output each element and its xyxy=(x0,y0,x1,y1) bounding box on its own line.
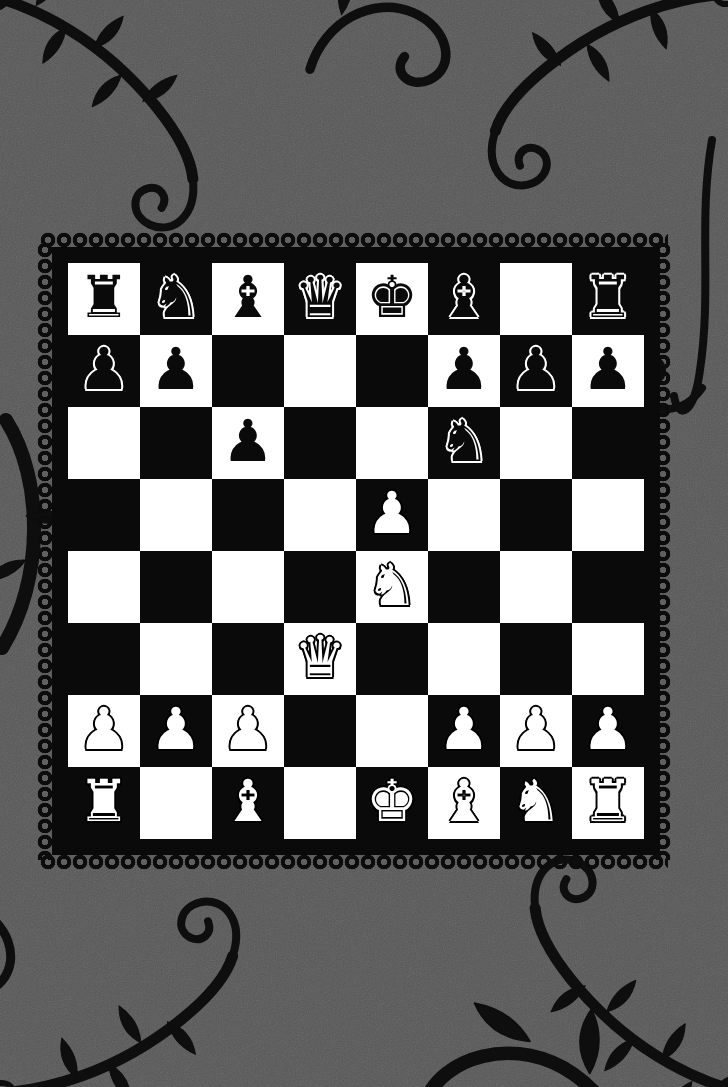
black-bishop-c8: ♝ xyxy=(222,261,274,333)
white-pawn-b2: ♟ xyxy=(150,693,202,765)
square-h6[interactable] xyxy=(572,407,644,479)
black-queen-d8: ♛ xyxy=(294,261,346,333)
square-g4[interactable] xyxy=(500,551,572,623)
square-a7[interactable]: ♟ xyxy=(68,335,140,407)
square-g6[interactable] xyxy=(500,407,572,479)
square-e1[interactable]: ♚ xyxy=(356,767,428,839)
square-e7[interactable] xyxy=(356,335,428,407)
square-d3[interactable]: ♛ xyxy=(284,623,356,695)
square-c1[interactable]: ♝ xyxy=(212,767,284,839)
square-f2[interactable]: ♟ xyxy=(428,695,500,767)
square-b3[interactable] xyxy=(140,623,212,695)
flourish-right-edge-tail xyxy=(674,140,712,410)
square-b8[interactable]: ♞ xyxy=(140,263,212,335)
square-g8[interactable] xyxy=(500,263,572,335)
square-a1[interactable]: ♜ xyxy=(68,767,140,839)
black-knight-b8: ♞ xyxy=(150,261,202,333)
white-queen-d3: ♛ xyxy=(294,621,346,693)
square-g3[interactable] xyxy=(500,623,572,695)
square-g5[interactable] xyxy=(500,479,572,551)
square-d5[interactable] xyxy=(284,479,356,551)
square-b6[interactable] xyxy=(140,407,212,479)
square-c6[interactable]: ♟ xyxy=(212,407,284,479)
flourish-bottom-left xyxy=(0,880,240,1087)
square-d2[interactable] xyxy=(284,695,356,767)
white-bishop-c1: ♝ xyxy=(222,765,274,837)
square-e4[interactable]: ♞ xyxy=(356,551,428,623)
flourish-top-left xyxy=(0,0,215,231)
flourish-left-edge-arc xyxy=(2,420,34,648)
square-c8[interactable]: ♝ xyxy=(212,263,284,335)
page: ♜♞♝♛♚♝♜♟♟♟♟♟♟♞♟♞♛♟♟♟♟♟♟♜♝♚♝♞♜ xyxy=(0,0,728,1087)
black-pawn-f7: ♟ xyxy=(438,333,490,405)
board-frame: ♜♞♝♛♚♝♜♟♟♟♟♟♟♞♟♞♛♟♟♟♟♟♟♜♝♚♝♞♜ xyxy=(52,247,660,855)
black-pawn-a7: ♟ xyxy=(78,333,130,405)
black-pawn-b7: ♟ xyxy=(150,333,202,405)
square-e8[interactable]: ♚ xyxy=(356,263,428,335)
chessboard: ♜♞♝♛♚♝♜♟♟♟♟♟♟♞♟♞♛♟♟♟♟♟♟♜♝♚♝♞♜ xyxy=(68,263,644,839)
black-pawn-g7: ♟ xyxy=(510,333,562,405)
square-b5[interactable] xyxy=(140,479,212,551)
black-pawn-c6: ♟ xyxy=(222,405,274,477)
square-a8[interactable]: ♜ xyxy=(68,263,140,335)
square-f3[interactable] xyxy=(428,623,500,695)
white-pawn-e5: ♟ xyxy=(366,477,418,549)
square-b2[interactable]: ♟ xyxy=(140,695,212,767)
square-h4[interactable] xyxy=(572,551,644,623)
square-d7[interactable] xyxy=(284,335,356,407)
white-pawn-h2: ♟ xyxy=(582,693,634,765)
lace-border-bottom xyxy=(40,852,668,872)
square-a4[interactable] xyxy=(68,551,140,623)
flourish-top-center xyxy=(310,0,446,82)
square-e2[interactable] xyxy=(356,695,428,767)
square-f6[interactable]: ♞ xyxy=(428,407,500,479)
square-b7[interactable]: ♟ xyxy=(140,335,212,407)
square-g7[interactable]: ♟ xyxy=(500,335,572,407)
square-h8[interactable]: ♜ xyxy=(572,263,644,335)
white-pawn-a2: ♟ xyxy=(78,693,130,765)
black-knight-f6: ♞ xyxy=(438,405,490,477)
square-h7[interactable]: ♟ xyxy=(572,335,644,407)
square-e6[interactable] xyxy=(356,407,428,479)
square-f7[interactable]: ♟ xyxy=(428,335,500,407)
square-b1[interactable] xyxy=(140,767,212,839)
square-h2[interactable]: ♟ xyxy=(572,695,644,767)
black-rook-h8: ♜ xyxy=(582,261,634,333)
white-pawn-g2: ♟ xyxy=(510,693,562,765)
square-f8[interactable]: ♝ xyxy=(428,263,500,335)
square-c3[interactable] xyxy=(212,623,284,695)
white-rook-a1: ♜ xyxy=(78,765,130,837)
white-rook-h1: ♜ xyxy=(582,765,634,837)
square-c5[interactable] xyxy=(212,479,284,551)
square-d8[interactable]: ♛ xyxy=(284,263,356,335)
square-c7[interactable] xyxy=(212,335,284,407)
square-g1[interactable]: ♞ xyxy=(500,767,572,839)
square-e5[interactable]: ♟ xyxy=(356,479,428,551)
black-king-e8: ♚ xyxy=(366,261,418,333)
white-king-e1: ♚ xyxy=(366,765,418,837)
square-h1[interactable]: ♜ xyxy=(572,767,644,839)
white-bishop-f1: ♝ xyxy=(438,765,490,837)
flourish-left-edge-leaf-2 xyxy=(0,558,29,582)
square-f1[interactable]: ♝ xyxy=(428,767,500,839)
square-c2[interactable]: ♟ xyxy=(212,695,284,767)
black-bishop-f8: ♝ xyxy=(438,261,490,333)
white-knight-g1: ♞ xyxy=(510,765,562,837)
white-pawn-f2: ♟ xyxy=(438,693,490,765)
square-d6[interactable] xyxy=(284,407,356,479)
black-rook-a8: ♜ xyxy=(78,261,130,333)
square-a3[interactable] xyxy=(68,623,140,695)
square-a6[interactable] xyxy=(68,407,140,479)
square-h5[interactable] xyxy=(572,479,644,551)
square-h3[interactable] xyxy=(572,623,644,695)
flourish-left-lower-curl xyxy=(0,919,25,1005)
square-a5[interactable] xyxy=(68,479,140,551)
square-c4[interactable] xyxy=(212,551,284,623)
square-a2[interactable]: ♟ xyxy=(68,695,140,767)
black-pawn-h7: ♟ xyxy=(582,333,634,405)
flourish-top-right xyxy=(488,0,728,207)
white-knight-e4: ♞ xyxy=(366,549,418,621)
square-f5[interactable] xyxy=(428,479,500,551)
flourish-bottom-center xyxy=(418,988,647,1087)
square-g2[interactable]: ♟ xyxy=(500,695,572,767)
square-d4[interactable] xyxy=(284,551,356,623)
flourish-bottom-right xyxy=(513,856,728,1087)
square-f4[interactable] xyxy=(428,551,500,623)
square-d1[interactable] xyxy=(284,767,356,839)
white-pawn-c2: ♟ xyxy=(222,693,274,765)
square-b4[interactable] xyxy=(140,551,212,623)
square-e3[interactable] xyxy=(356,623,428,695)
